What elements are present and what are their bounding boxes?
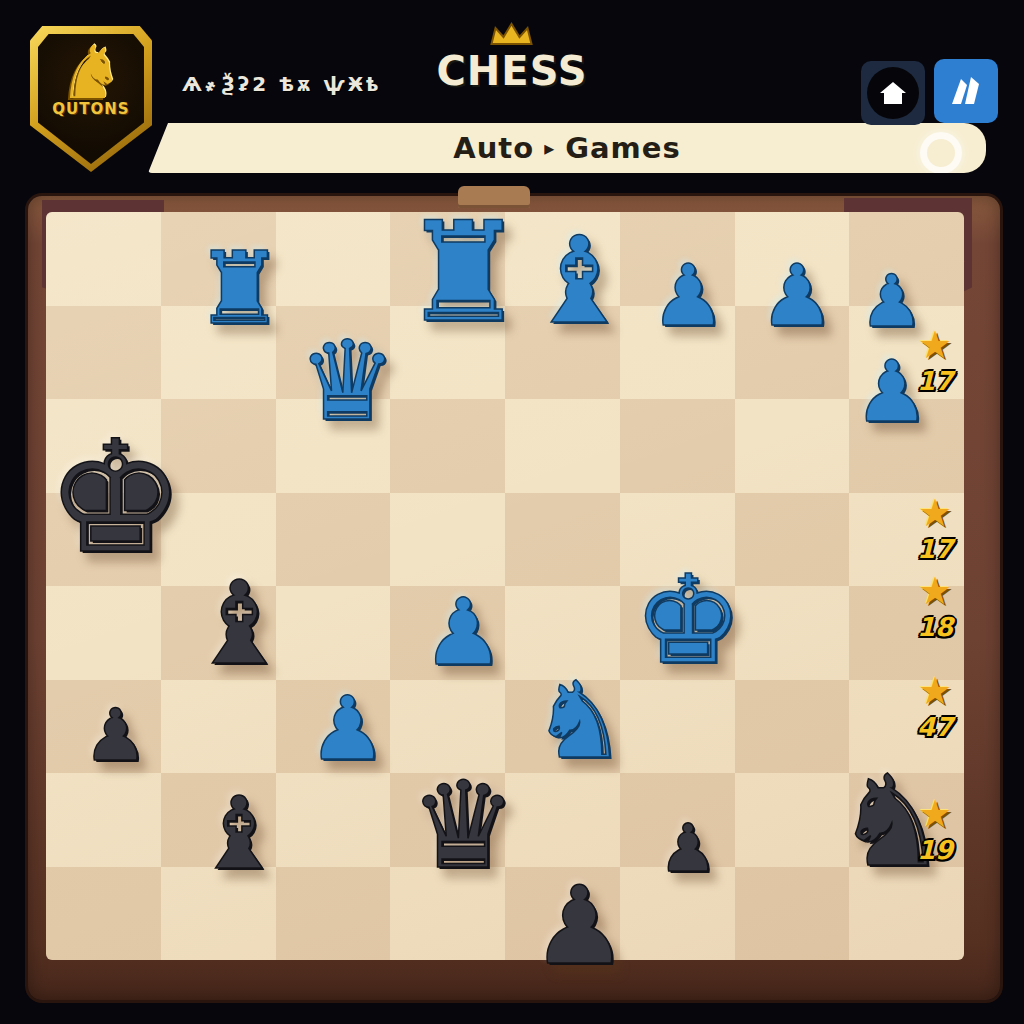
star-badge: ★17 [902, 494, 968, 564]
piece-blue-rook[interactable]: ♜ [185, 212, 293, 333]
piece-blue-pawn[interactable]: ♟ [835, 212, 948, 333]
title-block: CHESS [437, 22, 588, 94]
logo-inner: ♞ QUTONS [38, 34, 144, 164]
piece-black-queen[interactable]: ♛ [401, 767, 525, 878]
arrow-icon [948, 74, 984, 108]
page-title: CHESS [437, 48, 588, 94]
play-button[interactable] [934, 59, 998, 123]
breadcrumb-left: Auto [453, 131, 534, 165]
piece-blue-queen[interactable]: ♛ [293, 333, 401, 430]
black-pawn-glyph: ♟ [659, 820, 718, 878]
blue-pawn-glyph: ♟ [650, 259, 726, 334]
star-badge: ★18 [902, 572, 968, 642]
blue-pawn-glyph: ♟ [759, 259, 835, 334]
black-pawn-glyph: ♟ [83, 704, 148, 767]
breadcrumb-separator-icon: ▸ [544, 136, 555, 160]
decorative-script-text: Ѧ҂Ѯʡ2 ѣѫ ѱӾҍ [182, 72, 381, 96]
piece-black-bishop[interactable]: ♝ [185, 567, 293, 674]
blue-pawn-glyph: ♟ [308, 690, 387, 767]
badge-value: 17 [917, 366, 953, 396]
piece-black-pawn[interactable]: ♟ [46, 674, 185, 767]
blue-rook-glyph: ♜ [401, 212, 525, 333]
blue-rook-glyph: ♜ [194, 245, 284, 333]
blue-knight-glyph: ♞ [532, 674, 627, 767]
piece-blue-bishop[interactable]: ♝ [525, 212, 633, 333]
home-icon [878, 80, 908, 106]
badge-star-icon: ★ [918, 572, 952, 610]
app-logo: ♞ QUTONS [30, 26, 152, 172]
piece-black-pawn[interactable]: ♟ [633, 767, 742, 878]
black-bishop-glyph: ♝ [188, 573, 291, 674]
star-badge: ★17 [902, 326, 968, 396]
piece-blue-pawn[interactable]: ♟ [293, 674, 401, 767]
badge-star-icon: ★ [918, 326, 952, 364]
badge-star-icon: ★ [918, 494, 952, 532]
badge-star-icon: ★ [918, 795, 952, 833]
piece-blue-rook[interactable]: ♜ [401, 212, 525, 333]
chess-board-frame: ★ ★ ★ ♜♜♝♟♟♟♛♟♚♟♚♝♟♟♞♝♛♟♞♟ [28, 196, 1000, 1000]
breadcrumb-right: Games [565, 131, 681, 165]
gold-rooster-emblem-icon: ♞ [58, 34, 124, 112]
crown-icon [489, 22, 535, 46]
piece-blue-king[interactable]: ♚ [633, 567, 742, 674]
blue-queen-glyph: ♛ [298, 333, 397, 430]
badge-value: 47 [917, 712, 953, 742]
piece-blue-pawn[interactable]: ♟ [401, 567, 525, 674]
blue-bishop-glyph: ♝ [526, 228, 634, 334]
breadcrumb: Auto ▸ Games [453, 131, 680, 165]
piece-blue-pawn[interactable]: ♟ [633, 212, 742, 333]
piece-black-pawn[interactable]: ♟ [525, 878, 633, 973]
black-bishop-glyph: ♝ [194, 790, 284, 878]
ring-icon [920, 132, 962, 174]
pieces-layer: ♜♜♝♟♟♟♛♟♚♟♚♝♟♟♞♝♛♟♞♟ [46, 212, 964, 960]
blue-pawn-glyph: ♟ [859, 270, 924, 333]
home-button-circle [867, 67, 919, 119]
badge-value: 18 [917, 612, 953, 642]
badge-value: 17 [917, 534, 953, 564]
badge-star-icon: ★ [918, 672, 952, 710]
piece-black-king[interactable]: ♚ [46, 430, 185, 566]
piece-black-bishop[interactable]: ♝ [185, 767, 293, 878]
black-queen-glyph: ♛ [410, 773, 518, 879]
blue-pawn-glyph: ♟ [422, 593, 504, 674]
home-button[interactable] [861, 61, 925, 125]
piece-blue-knight[interactable]: ♞ [525, 674, 633, 767]
badge-value: 19 [917, 835, 953, 865]
star-badge: ★47 [902, 672, 968, 742]
blue-king-glyph: ♚ [633, 567, 742, 674]
chess-app: ♞ QUTONS Ѧ҂Ѯʡ2 ѣѫ ѱӾҍ CHESS Auto ▸ Games [0, 0, 1024, 1024]
black-king-glyph: ♚ [46, 430, 185, 566]
star-badge: ★19 [902, 795, 968, 865]
breadcrumb-banner: Auto ▸ Games [148, 123, 986, 173]
black-pawn-glyph: ♟ [531, 878, 628, 973]
